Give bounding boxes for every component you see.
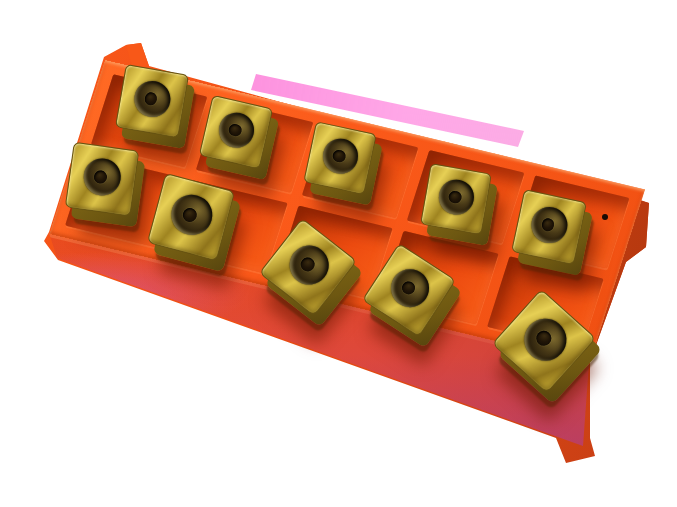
insert-center-hole: [399, 278, 418, 297]
insert-center-hole: [298, 255, 318, 275]
insert-top-face: [115, 64, 189, 138]
insert-center-hole: [540, 218, 555, 233]
insert-top-face: [362, 243, 456, 337]
insert-center-hole: [93, 170, 108, 185]
carbide-insert-r1c3: [309, 127, 371, 189]
insert-center-hole: [143, 92, 158, 107]
carbide-insert-r1c5: [517, 195, 581, 259]
mold-dot: [602, 214, 608, 220]
insert-center-hole: [448, 190, 462, 204]
insert-top-face: [259, 218, 357, 316]
insert-countersink-ring: [436, 177, 476, 217]
insert-center-hole: [181, 206, 199, 224]
photo-stage: [0, 0, 677, 507]
insert-countersink-ring: [516, 310, 575, 369]
insert-countersink-ring: [320, 136, 361, 177]
carbide-insert-r1c4: [425, 168, 487, 230]
insert-countersink-ring: [528, 204, 571, 247]
carbide-insert-r2c1: [69, 146, 135, 212]
insert-top-face: [65, 142, 140, 217]
insert-countersink-ring: [81, 156, 123, 198]
carbide-insert-r2c3: [273, 232, 343, 302]
insert-top-face: [420, 163, 492, 235]
carbide-insert-r1c1: [120, 69, 184, 133]
insert-top-face: [511, 189, 587, 265]
insert-top-face: [492, 289, 597, 394]
carbide-insert-r1c2: [205, 101, 267, 163]
insert-center-hole: [332, 149, 347, 164]
carbide-insert-r2c4: [375, 256, 443, 324]
insert-countersink-ring: [384, 262, 437, 315]
insert-countersink-ring: [167, 190, 217, 240]
carbide-insert-r2c5: [507, 304, 581, 378]
insert-countersink-ring: [132, 78, 174, 120]
insert-top-face: [303, 121, 377, 195]
insert-countersink-ring: [216, 109, 258, 151]
insert-countersink-ring: [282, 238, 337, 293]
insert-center-hole: [227, 123, 242, 138]
insert-center-hole: [533, 328, 554, 349]
carbide-insert-r2c2: [155, 181, 227, 253]
